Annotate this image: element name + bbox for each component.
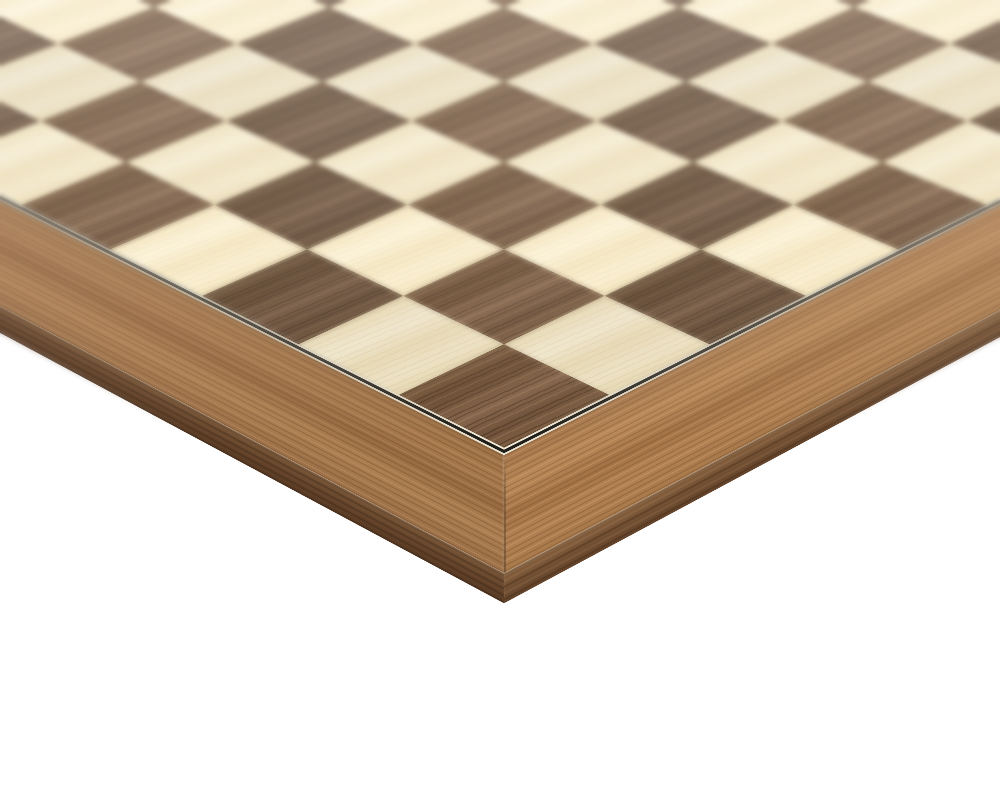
board-top-face (0, 0, 1000, 573)
frame-mitre-seam (504, 455, 506, 573)
chess-board (0, 0, 1000, 573)
photo-canvas (0, 0, 1000, 800)
